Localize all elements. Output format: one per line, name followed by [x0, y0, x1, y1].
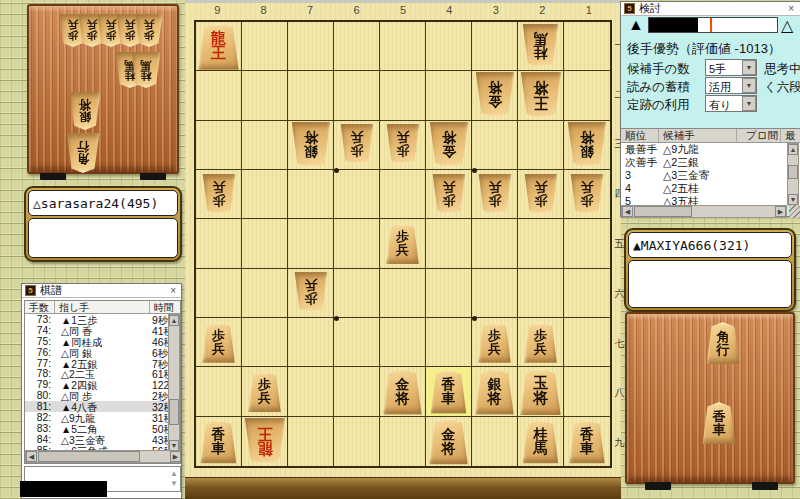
candidate-rank: 5 [625, 195, 631, 205]
board-cell[interactable]: 歩兵 [334, 121, 380, 170]
star-point [334, 316, 339, 321]
board-panel: 987654321 一二三四五六七八九 龍王桂馬金将王将銀将歩兵歩兵金将銀将歩兵… [185, 0, 621, 499]
board-cell[interactable]: 王将 [518, 71, 564, 120]
col-label: 2 [519, 4, 565, 19]
shogi-piece[interactable]: 香車 [430, 369, 467, 413]
col-label: 9 [194, 4, 240, 19]
sente-captured-tray[interactable]: 角行香車 [625, 312, 795, 484]
scroll-up-icon[interactable]: ▲ [170, 470, 178, 478]
kifu-window: 5 棋譜 × 手数 指し手 時間 73:▲1三歩9秒74:△同 香41秒75:▲… [21, 283, 182, 499]
close-icon[interactable]: × [168, 285, 178, 296]
col-label: 1 [566, 4, 612, 19]
board-cell[interactable] [426, 22, 472, 71]
board-cell[interactable] [472, 219, 518, 268]
gote-captured-tray[interactable]: 歩兵歩兵歩兵歩兵歩兵桂馬桂馬銀将角行 [27, 4, 179, 174]
file-coordinates: 987654321 [194, 4, 612, 19]
kifu-move-number: 75: [27, 336, 51, 347]
kifu-move-number: 77: [27, 358, 51, 369]
col-label: 5 [380, 4, 426, 19]
board-cell[interactable] [242, 318, 288, 367]
shogi-piece[interactable]: 銀将 [567, 122, 607, 168]
candidates-table: 順位 候補手 プロ間 最 最善手△9九龍次善手△2三銀3△3三金寄4△2五桂5△… [621, 128, 800, 205]
shogi-piece[interactable]: 桂馬 [522, 24, 559, 68]
board-cell[interactable] [334, 318, 380, 367]
board-cell[interactable] [196, 219, 242, 268]
board-cell[interactable]: 歩兵 [380, 121, 426, 170]
board-cell[interactable] [242, 219, 288, 268]
kifu-move-rows[interactable]: 73:▲1三歩9秒74:△同 香41秒75:▲同桂成46秒76:△同 銀6秒77… [25, 314, 170, 452]
app-icon: 5 [624, 3, 635, 14]
board-cell[interactable] [564, 367, 610, 416]
board-cell[interactable] [380, 269, 426, 318]
shogi-piece[interactable]: 龍王 [198, 23, 240, 70]
shogi-piece[interactable]: 歩兵 [524, 322, 558, 363]
shogi-piece[interactable]: 金将 [383, 368, 423, 414]
analysis-titlebar[interactable]: 5 検討 × [621, 2, 800, 16]
board-cell[interactable]: 龍王 [196, 22, 242, 71]
dropdown[interactable]: 5手▼ [705, 59, 757, 76]
scroll-left-icon[interactable]: ◀ [622, 206, 633, 217]
board-cell[interactable] [426, 219, 472, 268]
board-cell[interactable]: 歩兵 [564, 170, 610, 219]
eval-marker [710, 18, 712, 32]
board-cell[interactable] [334, 219, 380, 268]
board-cell[interactable] [472, 121, 518, 170]
shogi-piece[interactable]: 玉将 [520, 368, 562, 415]
candidates-header: 順位 候補手 プロ間 最 [621, 129, 800, 143]
kifu-move-number: 73: [27, 314, 51, 325]
tray-piece[interactable]: 角行 [66, 133, 100, 173]
shogi-piece[interactable]: 歩兵 [248, 371, 282, 412]
row-label: 九 [614, 418, 625, 468]
board-cell[interactable] [472, 417, 518, 466]
candidates-hscrollbar[interactable]: ◀▶ [621, 205, 787, 218]
board-grid[interactable]: 龍王桂馬金将王将銀将歩兵歩兵金将銀将歩兵歩兵歩兵歩兵歩兵歩兵歩兵歩兵歩兵歩兵歩兵… [194, 20, 612, 468]
board-cell[interactable] [564, 318, 610, 367]
kifu-hscrollbar[interactable]: ◀▶ [25, 450, 181, 463]
board-cell[interactable] [564, 71, 610, 120]
kifu-titlebar[interactable]: 5 棋譜 × [22, 284, 181, 298]
shogi-piece[interactable]: 歩兵 [386, 223, 420, 264]
col-label: 3 [473, 4, 519, 19]
kifu-row[interactable]: 77:▲2五銀7秒 [25, 358, 170, 369]
analysis-control-row: 定跡の利用有り▼ [621, 95, 800, 112]
kifu-row[interactable]: 73:▲1三歩9秒 [25, 314, 170, 325]
gote-mark: △ [781, 16, 793, 35]
board-cell[interactable]: 銀将 [564, 121, 610, 170]
board-cell[interactable] [196, 269, 242, 318]
board-cell[interactable] [288, 417, 334, 466]
board-cell[interactable] [518, 219, 564, 268]
board-cell[interactable] [242, 269, 288, 318]
board-cell[interactable]: 歩兵 [472, 318, 518, 367]
player-name-sente: ▲MAXIYA666(321) [628, 232, 792, 258]
board-cell[interactable] [288, 170, 334, 219]
control-label: 読みの蓄積 [627, 79, 690, 96]
tray-foot [752, 482, 778, 490]
board-cell[interactable]: 歩兵 [242, 367, 288, 416]
scroll-right-icon[interactable]: ▶ [775, 206, 786, 217]
board-cell[interactable] [564, 22, 610, 71]
board-cell[interactable]: 香車 [196, 417, 242, 466]
board-cell[interactable]: 金将 [426, 121, 472, 170]
shogi-piece[interactable]: 王将 [520, 72, 562, 119]
board-cell[interactable] [334, 269, 380, 318]
shogi-piece[interactable]: 龍王 [244, 418, 286, 465]
kifu-title: 棋譜 [40, 283, 168, 298]
candidate-move: △3五桂 [663, 195, 699, 205]
board-cell[interactable] [242, 22, 288, 71]
board-cell[interactable] [426, 269, 472, 318]
kifu-row[interactable]: 82:△9九龍31秒 [25, 412, 170, 423]
shogi-piece[interactable]: 銀将 [291, 122, 331, 168]
board-cell[interactable]: 銀将 [472, 367, 518, 416]
control-side-text: く六段 [764, 79, 800, 96]
player-plate-gote: △sarasara24(495) [24, 186, 182, 262]
scroll-thumb[interactable] [169, 399, 179, 425]
kifu-row[interactable]: 80:△同 歩2秒 [25, 390, 170, 401]
shogi-piece[interactable]: 歩兵 [340, 124, 374, 165]
kifu-row[interactable]: 76:△同 銀6秒 [25, 347, 170, 358]
dropdown-value: 5手 [709, 62, 726, 77]
candidate-rank: 次善手 [625, 156, 657, 170]
shogi-piece[interactable]: 歩兵 [432, 174, 466, 215]
close-icon[interactable]: × [786, 3, 796, 14]
board-cell[interactable]: 金将 [472, 71, 518, 120]
board-cell[interactable] [380, 170, 426, 219]
shogi-piece[interactable]: 香車 [569, 419, 606, 463]
board-cell[interactable] [196, 121, 242, 170]
scroll-up-icon[interactable]: ▲ [169, 315, 179, 326]
candidate-row[interactable]: 次善手△2三銀 [621, 156, 787, 169]
board-cell[interactable] [380, 318, 426, 367]
candidates-vscrollbar[interactable]: ▲▼ [787, 143, 799, 205]
tray-piece[interactable]: 銀将 [69, 92, 101, 130]
kifu-move-number: 82: [27, 412, 51, 423]
board-cell[interactable]: 桂馬 [518, 22, 564, 71]
chevron-down-icon[interactable]: ▼ [742, 96, 756, 111]
board-cell[interactable]: 歩兵 [196, 318, 242, 367]
candidate-rank: 最善手 [625, 143, 657, 157]
board-cell[interactable] [334, 417, 380, 466]
evaluation-row: ▲ △ [621, 16, 800, 36]
board-cell[interactable] [426, 318, 472, 367]
shogi-piece[interactable]: 歩兵 [478, 174, 512, 215]
scroll-down-icon[interactable]: ▼ [170, 480, 178, 488]
resize-grip-icon[interactable] [789, 205, 800, 218]
app-icon: 5 [25, 285, 36, 296]
scroll-up-icon[interactable]: ▲ [788, 144, 798, 155]
board-table-edge [185, 477, 621, 499]
kifu-move-number: 78: [27, 368, 51, 379]
candidate-rank: 3 [625, 169, 631, 181]
eval-bar [648, 17, 778, 33]
tray-foot [40, 173, 66, 180]
player-info-box-gote [28, 218, 178, 258]
board-cell[interactable] [288, 367, 334, 416]
board-cell[interactable] [334, 367, 380, 416]
dropdown[interactable]: 有り▼ [705, 95, 757, 112]
analysis-control-row: 読みの蓄積活用▼く六段 [621, 77, 800, 94]
kifu-vscrollbar[interactable]: ▲▼ [168, 314, 180, 452]
board-cell[interactable] [564, 269, 610, 318]
candidate-row[interactable]: 4△2五桂 [621, 182, 787, 195]
board-cell[interactable]: 歩兵 [426, 170, 472, 219]
star-point [472, 168, 477, 173]
board-cell[interactable]: 金将 [426, 417, 472, 466]
kifu-row[interactable]: 78:△2二玉61秒 [25, 368, 170, 379]
board-cell[interactable] [380, 22, 426, 71]
scroll-down-icon[interactable]: ▼ [788, 194, 798, 205]
sente-mark: ▲ [628, 16, 644, 34]
scroll-right-icon[interactable]: ▶ [170, 451, 181, 462]
control-side-text: 思考中 [764, 61, 800, 78]
shogi-piece[interactable]: 香車 [200, 419, 237, 463]
analysis-window: 5 検討 × ▲ △ 後手優勢（評価値 -1013） 候補手の数5手▼思考中読み… [620, 1, 800, 217]
tray-piece[interactable]: 角行 [706, 322, 740, 364]
board-cell[interactable]: 龍王 [242, 417, 288, 466]
col-label: 4 [426, 4, 472, 19]
kifu-row[interactable]: 81:▲4八香32秒 [25, 401, 170, 412]
board-cell[interactable] [288, 219, 334, 268]
chevron-down-icon[interactable]: ▼ [742, 60, 756, 75]
shogi-piece[interactable]: 歩兵 [570, 174, 604, 215]
star-point [334, 168, 339, 173]
analysis-title: 検討 [639, 1, 786, 16]
redaction-bar [20, 481, 107, 497]
shogi-piece[interactable]: 金将 [475, 72, 515, 118]
board-cell[interactable]: 桂馬 [518, 417, 564, 466]
kifu-move-number: 79: [27, 379, 51, 390]
board-cell[interactable]: 歩兵 [472, 170, 518, 219]
shogi-piece[interactable]: 歩兵 [524, 174, 558, 215]
row-label: 八 [614, 368, 625, 418]
kifu-row[interactable]: 84:△3三金寄43秒 [25, 434, 170, 445]
candidate-row[interactable]: 最善手△9九龍 [621, 143, 787, 156]
kifu-move-number: 76: [27, 347, 51, 358]
board-cell[interactable] [288, 318, 334, 367]
shogi-piece[interactable]: 歩兵 [294, 272, 328, 313]
board-cell[interactable]: 歩兵 [380, 219, 426, 268]
board-cell[interactable] [564, 219, 610, 268]
candidate-move: △3三金寄 [663, 169, 710, 183]
player-plate-sente: ▲MAXIYA666(321) [624, 228, 796, 312]
shogi-piece[interactable]: 歩兵 [202, 174, 236, 215]
candidate-move: △2三銀 [663, 156, 699, 170]
dropdown-value: 活用 [709, 80, 731, 95]
board-cell[interactable]: 歩兵 [518, 170, 564, 219]
kifu-move-number: 80: [27, 390, 51, 401]
board-cell[interactable] [518, 121, 564, 170]
candidate-move: △2五桂 [663, 182, 699, 196]
kifu-move-number: 84: [27, 434, 51, 445]
scroll-thumb[interactable] [634, 206, 692, 217]
kifu-header: 手数 指し手 時間 [25, 301, 180, 314]
board-cell[interactable] [518, 269, 564, 318]
board-cell[interactable] [196, 367, 242, 416]
board-cell[interactable] [288, 22, 334, 71]
candidate-rows[interactable]: 最善手△9九龍次善手△2三銀3△3三金寄4△2五桂5△3五桂 [621, 143, 787, 205]
board-cell[interactable] [196, 71, 242, 120]
board-cell[interactable] [242, 170, 288, 219]
shogi-piece[interactable]: 歩兵 [386, 124, 420, 165]
board-cell[interactable] [242, 71, 288, 120]
kifu-row[interactable]: 75:▲同桂成46秒 [25, 336, 170, 347]
kifu-row[interactable]: 74:△同 香41秒 [25, 325, 170, 336]
board-cell[interactable] [242, 121, 288, 170]
scroll-thumb[interactable] [788, 165, 798, 179]
candidate-row[interactable]: 3△3三金寄 [621, 169, 787, 182]
candidate-row[interactable]: 5△3五桂 [621, 195, 787, 205]
scroll-thumb[interactable] [38, 451, 140, 462]
tray-piece[interactable]: 香車 [702, 402, 736, 444]
shogi-piece[interactable]: 歩兵 [202, 322, 236, 363]
board-cell[interactable] [380, 417, 426, 466]
candidate-move: △9九龍 [663, 143, 699, 157]
kifu-move-number: 74: [27, 325, 51, 336]
board-cell[interactable]: 銀将 [288, 121, 334, 170]
kifu-move-number: 81: [27, 401, 51, 412]
candidate-rank: 4 [625, 182, 631, 194]
board-cell[interactable]: 玉将 [518, 367, 564, 416]
board-cell[interactable]: 歩兵 [518, 318, 564, 367]
shogi-piece[interactable]: 銀将 [475, 368, 515, 414]
player-name-gote: △sarasara24(495) [28, 190, 178, 216]
tray-foot [645, 482, 671, 490]
col-label: 8 [240, 4, 286, 19]
board-cell[interactable] [334, 22, 380, 71]
star-point [472, 316, 477, 321]
kifu-move-number: 83: [27, 423, 51, 434]
kifu-row[interactable]: 79:▲2四銀122秒 [25, 379, 170, 390]
tray-foot [140, 173, 166, 180]
shogi-piece[interactable]: 金将 [429, 122, 469, 168]
analysis-control-row: 候補手の数5手▼思考中 [621, 59, 800, 76]
player-info-box-sente [628, 260, 792, 308]
chevron-down-icon[interactable]: ▼ [742, 78, 756, 93]
shogi-piece[interactable]: 金将 [429, 418, 469, 464]
dropdown-value: 有り [709, 98, 731, 113]
board-cell[interactable] [472, 22, 518, 71]
board-cell[interactable] [472, 269, 518, 318]
kifu-row[interactable]: 83:▲5二角50秒 [25, 423, 170, 434]
row-label: 七 [614, 319, 625, 369]
board-cell[interactable] [380, 71, 426, 120]
control-label: 候補手の数 [627, 61, 690, 78]
control-label: 定跡の利用 [627, 97, 690, 114]
eval-bar-fill [649, 18, 698, 32]
board-cell[interactable]: 歩兵 [196, 170, 242, 219]
eval-text: 後手優勢（評価値 -1013） [627, 40, 781, 58]
board-cell[interactable] [426, 71, 472, 120]
scroll-left-icon[interactable]: ◀ [26, 451, 37, 462]
col-label: 7 [287, 4, 333, 19]
kifu-list[interactable]: 手数 指し手 時間 73:▲1三歩9秒74:△同 香41秒75:▲同桂成46秒7… [24, 300, 181, 464]
shogi-piece[interactable]: 歩兵 [478, 322, 512, 363]
panel-top-strip [185, 0, 621, 3]
board-cell[interactable] [334, 71, 380, 120]
board-cell[interactable]: 金将 [380, 367, 426, 416]
board-cell[interactable] [288, 71, 334, 120]
board-cell[interactable] [334, 170, 380, 219]
board-cell[interactable]: 香車 [426, 367, 472, 416]
dropdown[interactable]: 活用▼ [705, 77, 757, 94]
shogi-piece[interactable]: 桂馬 [522, 419, 559, 463]
app-root: { "game": "shogi", "app": { "icon_text":… [0, 0, 800, 499]
board-cell[interactable]: 歩兵 [288, 269, 334, 318]
board-cell[interactable]: 香車 [564, 417, 610, 466]
col-label: 6 [333, 4, 379, 19]
